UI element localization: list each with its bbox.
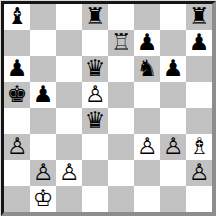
square-f1[interactable] xyxy=(134,186,160,212)
square-e3[interactable] xyxy=(108,134,134,160)
white-pawn-g3[interactable]: ♙ xyxy=(163,134,184,159)
square-e2[interactable] xyxy=(108,160,134,186)
square-b2[interactable]: ♙ xyxy=(30,160,56,186)
square-f6[interactable]: ♞ xyxy=(134,56,160,82)
square-h1[interactable] xyxy=(186,186,212,212)
square-e5[interactable] xyxy=(108,82,134,108)
square-c2[interactable]: ♙ xyxy=(56,160,82,186)
square-a4[interactable] xyxy=(4,108,30,134)
square-c6[interactable] xyxy=(56,56,82,82)
square-d8[interactable]: ♜ xyxy=(82,4,108,30)
square-h4[interactable] xyxy=(186,108,212,134)
square-g8[interactable] xyxy=(160,4,186,30)
square-d7[interactable] xyxy=(82,30,108,56)
square-g4[interactable] xyxy=(160,108,186,134)
white-bishop-h3[interactable]: ♗ xyxy=(189,134,210,159)
square-c1[interactable] xyxy=(56,186,82,212)
square-c8[interactable] xyxy=(56,4,82,30)
square-b4[interactable] xyxy=(30,108,56,134)
white-pawn-d5[interactable]: ♙ xyxy=(85,82,106,107)
chess-diagram: ♝♜♜♖♟♟♟♛♞♟♚♟♙♛♙♙♙♗♙♙♙♔ xyxy=(0,0,216,216)
square-f5[interactable] xyxy=(134,82,160,108)
square-b1[interactable]: ♔ xyxy=(30,186,56,212)
square-g6[interactable]: ♟ xyxy=(160,56,186,82)
square-a5[interactable]: ♚ xyxy=(4,82,30,108)
square-d4[interactable]: ♛ xyxy=(82,108,108,134)
square-d2[interactable] xyxy=(82,160,108,186)
square-f2[interactable] xyxy=(134,160,160,186)
black-knight-f6[interactable]: ♞ xyxy=(137,56,158,81)
white-pawn-b2[interactable]: ♙ xyxy=(33,160,54,185)
square-g2[interactable] xyxy=(160,160,186,186)
black-pawn-g6[interactable]: ♟ xyxy=(163,56,184,81)
square-g7[interactable] xyxy=(160,30,186,56)
square-d3[interactable] xyxy=(82,134,108,160)
square-g1[interactable] xyxy=(160,186,186,212)
white-pawn-a3[interactable]: ♙ xyxy=(7,134,28,159)
square-b3[interactable] xyxy=(30,134,56,160)
square-b7[interactable] xyxy=(30,30,56,56)
black-queen-d4[interactable]: ♛ xyxy=(85,108,106,133)
black-pawn-a6[interactable]: ♟ xyxy=(7,56,28,81)
square-c4[interactable] xyxy=(56,108,82,134)
black-rook-h8[interactable]: ♜ xyxy=(189,4,210,29)
black-queen-d6[interactable]: ♛ xyxy=(85,56,106,81)
square-a1[interactable] xyxy=(4,186,30,212)
square-g3[interactable]: ♙ xyxy=(160,134,186,160)
square-f8[interactable] xyxy=(134,4,160,30)
black-bishop-a8[interactable]: ♝ xyxy=(7,4,28,29)
white-pawn-c2[interactable]: ♙ xyxy=(59,160,80,185)
square-h2[interactable]: ♙ xyxy=(186,160,212,186)
square-a8[interactable]: ♝ xyxy=(4,4,30,30)
square-c5[interactable] xyxy=(56,82,82,108)
square-a3[interactable]: ♙ xyxy=(4,134,30,160)
square-b8[interactable] xyxy=(30,4,56,30)
square-e6[interactable] xyxy=(108,56,134,82)
white-rook-e7[interactable]: ♖ xyxy=(111,30,132,55)
square-h6[interactable] xyxy=(186,56,212,82)
black-king-a5[interactable]: ♚ xyxy=(7,82,28,107)
square-b5[interactable]: ♟ xyxy=(30,82,56,108)
white-king-b1[interactable]: ♔ xyxy=(33,186,54,211)
square-f7[interactable]: ♟ xyxy=(134,30,160,56)
square-c7[interactable] xyxy=(56,30,82,56)
black-rook-d8[interactable]: ♜ xyxy=(85,4,106,29)
square-g5[interactable] xyxy=(160,82,186,108)
square-a7[interactable] xyxy=(4,30,30,56)
square-e1[interactable] xyxy=(108,186,134,212)
square-b6[interactable] xyxy=(30,56,56,82)
white-pawn-h2[interactable]: ♙ xyxy=(189,160,210,185)
square-h8[interactable]: ♜ xyxy=(186,4,212,30)
square-f3[interactable]: ♙ xyxy=(134,134,160,160)
square-d6[interactable]: ♛ xyxy=(82,56,108,82)
square-c3[interactable] xyxy=(56,134,82,160)
square-d1[interactable] xyxy=(82,186,108,212)
square-e7[interactable]: ♖ xyxy=(108,30,134,56)
square-f4[interactable] xyxy=(134,108,160,134)
square-h7[interactable]: ♟ xyxy=(186,30,212,56)
square-d5[interactable]: ♙ xyxy=(82,82,108,108)
square-e4[interactable] xyxy=(108,108,134,134)
square-h3[interactable]: ♗ xyxy=(186,134,212,160)
black-pawn-b5[interactable]: ♟ xyxy=(33,82,54,107)
white-pawn-f3[interactable]: ♙ xyxy=(137,134,158,159)
chess-board: ♝♜♜♖♟♟♟♛♞♟♚♟♙♛♙♙♙♗♙♙♙♔ xyxy=(1,1,216,216)
black-pawn-f7[interactable]: ♟ xyxy=(137,30,158,55)
square-h5[interactable] xyxy=(186,82,212,108)
square-a6[interactable]: ♟ xyxy=(4,56,30,82)
square-a2[interactable] xyxy=(4,160,30,186)
black-pawn-h7[interactable]: ♟ xyxy=(189,30,210,55)
square-e8[interactable] xyxy=(108,4,134,30)
